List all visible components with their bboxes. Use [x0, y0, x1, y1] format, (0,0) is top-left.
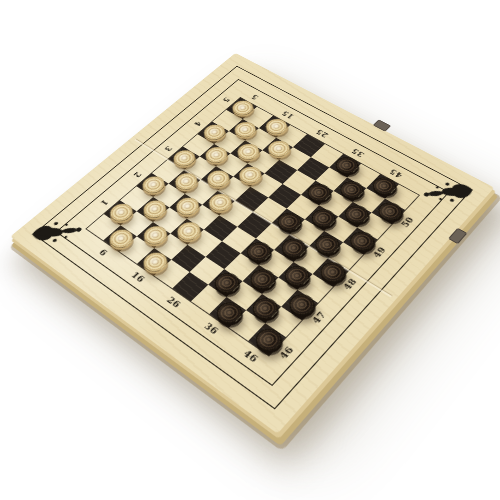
corner-ornament-icon: [417, 170, 479, 216]
square-label-bottom: 47: [311, 310, 329, 325]
square-label-top: 1: [99, 198, 110, 206]
square-label-right: 35: [350, 147, 366, 158]
square-label-bottom: 49: [371, 246, 388, 260]
square-label-left: 6: [97, 248, 109, 258]
side-clasp: [448, 227, 467, 243]
corner-ornament-icon: [26, 208, 88, 256]
square-label-bottom: 48: [342, 277, 359, 292]
square-label-left: 46: [241, 349, 260, 365]
square-label-right: 25: [315, 128, 331, 139]
square-label-right: 45: [387, 167, 403, 179]
checkered-field: [87, 98, 419, 355]
square-label-top: 2: [131, 171, 142, 179]
square-label-top: 3: [162, 145, 173, 153]
photo-canvas: 123455152535454647484950616263646: [0, 0, 500, 500]
square-label-right: 5: [250, 93, 260, 100]
side-clasp: [373, 119, 391, 131]
square-label-left: 26: [165, 295, 183, 309]
square-label-left: 36: [202, 321, 220, 336]
square-label-top: 5: [221, 96, 232, 103]
square-label-bottom: 50: [400, 216, 416, 229]
square-label-left: 16: [129, 270, 146, 284]
square-label-top: 4: [192, 120, 203, 127]
square-label-right: 15: [280, 109, 295, 119]
square-label-bottom: 46: [278, 345, 296, 361]
draughts-board: 123455152535454647484950616263646: [10, 53, 494, 434]
